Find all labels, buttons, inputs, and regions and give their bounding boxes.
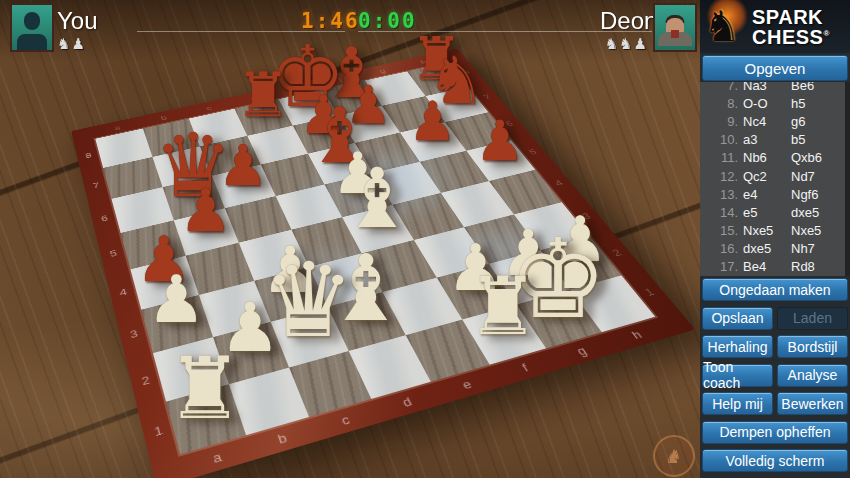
white-move[interactable]: Nb6	[743, 150, 791, 165]
button-ongedaan-maken[interactable]: Ongedaan maken	[702, 278, 848, 301]
move-number: 10.	[700, 132, 743, 147]
sparkchess-logo: ♞ SPARK CHESS®	[700, 0, 850, 53]
move-row[interactable]: 8.O-Oh5	[700, 94, 850, 112]
piece-black-pawn-h5[interactable]: ♟	[475, 113, 525, 169]
button-analyse[interactable]: Analyse	[777, 364, 848, 387]
move-number: 9.	[700, 114, 743, 129]
button-bewerken[interactable]: Bewerken	[777, 392, 848, 415]
ghost-knight-button[interactable]: ♞	[653, 435, 695, 477]
move-number: 16.	[700, 241, 743, 256]
white-player-name: You	[57, 7, 98, 35]
captured-by-white: ♞♟	[57, 35, 86, 53]
move-row[interactable]: 12.Qc2Nd7	[700, 167, 850, 185]
move-number: 17.	[700, 259, 743, 274]
piece-black-pawn-g6[interactable]: ♟	[408, 95, 456, 149]
black-move[interactable]: Rd8	[791, 259, 815, 274]
captured-by-black: ♞♞♟	[598, 35, 648, 53]
move-number: 15.	[700, 223, 743, 238]
black-move[interactable]: h5	[791, 96, 805, 111]
move-number: 12.	[700, 169, 743, 184]
button-opslaan[interactable]: Opslaan	[702, 307, 773, 330]
black-move[interactable]: Qxb6	[791, 150, 822, 165]
button-herhaling[interactable]: Herhaling	[702, 335, 773, 358]
move-number: 7.	[700, 82, 743, 93]
registered-mark: ®	[823, 29, 829, 38]
move-row[interactable]: 17.Be4Rd8	[700, 258, 850, 276]
move-row[interactable]: 7.Na3Be6	[700, 82, 850, 94]
piece-white-rook-f1[interactable]: ♜	[467, 265, 539, 345]
move-number: 14.	[700, 205, 743, 220]
black-move[interactable]: Nh7	[791, 241, 815, 256]
avatar-you	[10, 3, 54, 52]
black-move[interactable]: Be6	[791, 82, 814, 93]
avatar-silhouette-icon	[17, 12, 47, 46]
white-move[interactable]: Be4	[743, 259, 791, 274]
button-volledig-scherm[interactable]: Volledig scherm	[702, 449, 848, 472]
white-move[interactable]: e5	[743, 205, 791, 220]
white-move[interactable]: dxe5	[743, 241, 791, 256]
black-clock: 0:00	[358, 9, 417, 33]
black-move[interactable]: Ngf6	[791, 187, 818, 202]
move-row[interactable]: 16.dxe5Nh7	[700, 240, 850, 258]
white-move[interactable]: Qc2	[743, 169, 791, 184]
white-move[interactable]: a3	[743, 132, 791, 147]
button-dempen-opheffen[interactable]: Dempen opheffen	[702, 421, 848, 444]
black-move[interactable]: g6	[791, 114, 805, 129]
button-toon-coach[interactable]: Toon coach	[702, 364, 773, 387]
avatar-photo	[660, 12, 690, 46]
button-help-mij[interactable]: Help mij	[702, 392, 773, 415]
move-number: 11.	[700, 150, 743, 165]
piece-black-rook-d8[interactable]: ♜	[235, 65, 290, 127]
black-move[interactable]: dxe5	[791, 205, 819, 220]
move-row[interactable]: 9.Nc4g6	[700, 112, 850, 130]
avatar-deon	[653, 3, 697, 52]
knight-flame-icon: ♞	[703, 2, 741, 51]
move-row[interactable]: 13.e4Ngf6	[700, 185, 850, 203]
piece-white-pawn-a3[interactable]: ♟	[147, 267, 206, 333]
white-move[interactable]: O-O	[743, 96, 791, 111]
white-move[interactable]: Nxe5	[743, 223, 791, 238]
move-row[interactable]: 11.Nb6Qxb6	[700, 149, 850, 167]
move-row[interactable]: 10.a3b5	[700, 131, 850, 149]
move-number: 13.	[700, 187, 743, 202]
sparkchess-app: aabbccddeeffgghh8877665544332211 ♜♚♝♜♟♟♞…	[0, 0, 850, 478]
black-player-name: Deon	[600, 7, 657, 35]
white-move[interactable]: Nc4	[743, 114, 791, 129]
move-row[interactable]: 14.e5dxe5	[700, 203, 850, 221]
white-move[interactable]: Na3	[743, 82, 791, 93]
button-laden: Laden	[777, 307, 848, 330]
resign-button[interactable]: Opgeven	[702, 55, 848, 81]
black-move[interactable]: Nxe5	[791, 223, 821, 238]
logo-title-line2: CHESS®	[752, 26, 830, 49]
piece-white-rook-a1[interactable]: ♜	[166, 345, 243, 431]
button-bordstijl[interactable]: Bordstijl	[777, 335, 848, 358]
black-move[interactable]: Nd7	[791, 169, 815, 184]
move-number: 8.	[700, 96, 743, 111]
piece-white-bishop-e4[interactable]: ♝	[340, 158, 414, 241]
sidebar: ♞ SPARK CHESS® Opgeven 7.Na3Be68.O-Oh59.…	[700, 0, 850, 478]
black-move[interactable]: b5	[791, 132, 805, 147]
move-list-scrollbar[interactable]	[845, 82, 850, 276]
move-list[interactable]: 7.Na3Be68.O-Oh59.Nc4g610.a3b511.Nb6Qxb61…	[700, 82, 850, 276]
move-row[interactable]: 15.Nxe5Nxe5	[700, 222, 850, 240]
white-move[interactable]: e4	[743, 187, 791, 202]
ghost-knight-icon: ♞	[665, 445, 682, 467]
